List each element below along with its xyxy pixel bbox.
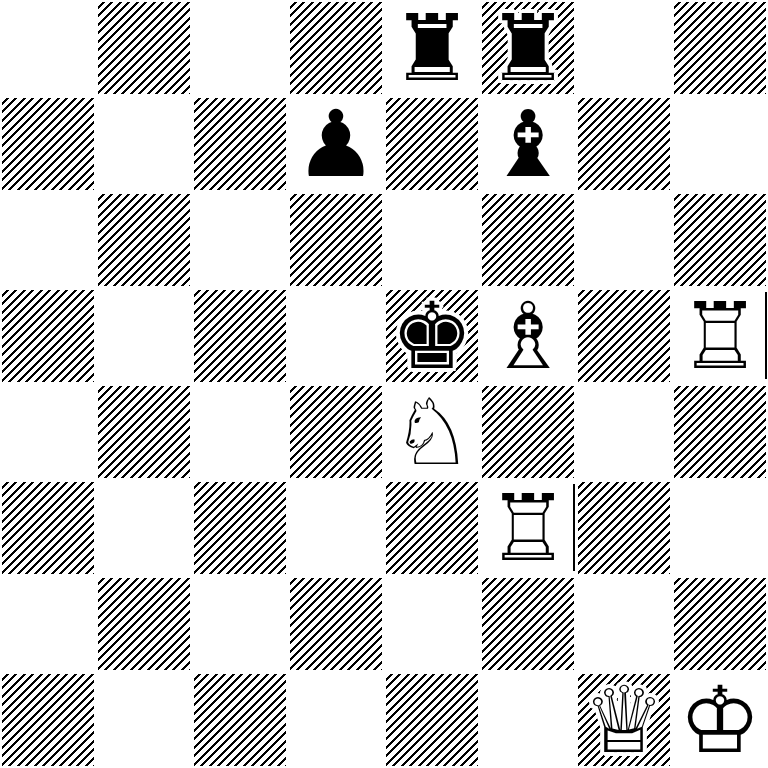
black-pawn[interactable]: ♟♟ — [288, 96, 384, 192]
square-c7[interactable] — [192, 96, 288, 192]
black-pawn-icon: ♟ — [288, 96, 384, 192]
white-bishop[interactable]: ♝♗ — [480, 288, 576, 384]
square-b3[interactable] — [96, 480, 192, 576]
square-f1[interactable] — [480, 672, 576, 768]
white-rook-icon: ♖ — [672, 288, 768, 384]
square-e6[interactable] — [384, 192, 480, 288]
black-bishop[interactable]: ♝♝ — [480, 96, 576, 192]
white-rook[interactable]: ♜♖ — [480, 480, 576, 576]
square-f7[interactable]: ♝♝ — [480, 96, 576, 192]
square-f6[interactable] — [480, 192, 576, 288]
square-a6[interactable] — [0, 192, 96, 288]
black-king[interactable]: ♚♚ — [384, 288, 480, 384]
white-queen-icon: ♕ — [576, 672, 672, 768]
square-b6[interactable] — [96, 192, 192, 288]
square-d6[interactable] — [288, 192, 384, 288]
square-c6[interactable] — [192, 192, 288, 288]
square-b4[interactable] — [96, 384, 192, 480]
square-a2[interactable] — [0, 576, 96, 672]
square-d4[interactable] — [288, 384, 384, 480]
white-bishop-icon: ♗ — [480, 288, 576, 384]
square-g4[interactable] — [576, 384, 672, 480]
square-g1[interactable]: ♛♕ — [576, 672, 672, 768]
square-g7[interactable] — [576, 96, 672, 192]
square-e3[interactable] — [384, 480, 480, 576]
square-c2[interactable] — [192, 576, 288, 672]
black-rook-icon: ♜ — [480, 0, 576, 96]
square-c4[interactable] — [192, 384, 288, 480]
square-b7[interactable] — [96, 96, 192, 192]
black-rook[interactable]: ♜♜ — [480, 0, 576, 96]
square-e7[interactable] — [384, 96, 480, 192]
black-king-icon: ♚ — [384, 288, 480, 384]
square-h6[interactable] — [672, 192, 768, 288]
white-king-icon: ♔ — [672, 672, 768, 768]
white-queen[interactable]: ♛♕ — [576, 672, 672, 768]
white-rook[interactable]: ♜♖ — [672, 288, 768, 384]
square-d2[interactable] — [288, 576, 384, 672]
square-b1[interactable] — [96, 672, 192, 768]
square-h8[interactable] — [672, 0, 768, 96]
square-g6[interactable] — [576, 192, 672, 288]
square-h1[interactable]: ♚♔ — [672, 672, 768, 768]
square-c5[interactable] — [192, 288, 288, 384]
square-d7[interactable]: ♟♟ — [288, 96, 384, 192]
square-e8[interactable]: ♜♜ — [384, 0, 480, 96]
white-rook-icon: ♖ — [480, 480, 576, 576]
square-g2[interactable] — [576, 576, 672, 672]
square-d3[interactable] — [288, 480, 384, 576]
square-a8[interactable] — [0, 0, 96, 96]
square-f3[interactable]: ♜♖ — [480, 480, 576, 576]
square-c1[interactable] — [192, 672, 288, 768]
square-g3[interactable] — [576, 480, 672, 576]
square-h2[interactable] — [672, 576, 768, 672]
square-e2[interactable] — [384, 576, 480, 672]
white-knight[interactable]: ♞♘ — [384, 384, 480, 480]
square-d8[interactable] — [288, 0, 384, 96]
square-c3[interactable] — [192, 480, 288, 576]
square-f5[interactable]: ♝♗ — [480, 288, 576, 384]
black-rook[interactable]: ♜♜ — [384, 0, 480, 96]
chess-board: ♜♜♜♜♟♟♝♝♚♚♝♗♜♖♞♘♜♖♛♕♚♔ — [0, 0, 768, 768]
square-b5[interactable] — [96, 288, 192, 384]
square-e5[interactable]: ♚♚ — [384, 288, 480, 384]
square-b2[interactable] — [96, 576, 192, 672]
square-d1[interactable] — [288, 672, 384, 768]
white-king[interactable]: ♚♔ — [672, 672, 768, 768]
black-rook-icon: ♜ — [384, 0, 480, 96]
square-h3[interactable] — [672, 480, 768, 576]
square-a7[interactable] — [0, 96, 96, 192]
square-b8[interactable] — [96, 0, 192, 96]
square-e4[interactable]: ♞♘ — [384, 384, 480, 480]
white-knight-icon: ♘ — [384, 384, 480, 480]
square-a4[interactable] — [0, 384, 96, 480]
square-e1[interactable] — [384, 672, 480, 768]
square-d5[interactable] — [288, 288, 384, 384]
square-c8[interactable] — [192, 0, 288, 96]
square-h5[interactable]: ♜♖ — [672, 288, 768, 384]
square-f8[interactable]: ♜♜ — [480, 0, 576, 96]
square-a1[interactable] — [0, 672, 96, 768]
square-g8[interactable] — [576, 0, 672, 96]
square-g5[interactable] — [576, 288, 672, 384]
square-h4[interactable] — [672, 384, 768, 480]
square-a5[interactable] — [0, 288, 96, 384]
black-bishop-icon: ♝ — [480, 96, 576, 192]
square-a3[interactable] — [0, 480, 96, 576]
square-h7[interactable] — [672, 96, 768, 192]
square-f2[interactable] — [480, 576, 576, 672]
square-f4[interactable] — [480, 384, 576, 480]
